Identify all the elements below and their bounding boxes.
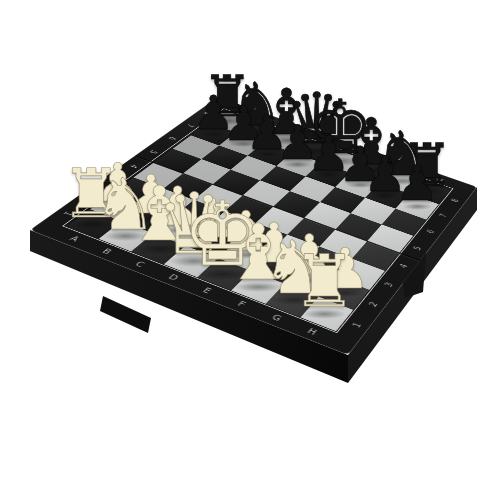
coordinate-labels: AA88BB77CC66DD55EE44FF33GG22HH11: [30, 97, 477, 355]
file-label-h-far: H: [422, 171, 457, 188]
rank-label-8-right: 8: [437, 191, 473, 209]
chess-set-scene: AA88BB77CC66DD55EE44FF33GG22HH11 ♜♞♝♛♚♝♞…: [0, 0, 500, 500]
rank-label-6-right: 6: [411, 222, 449, 242]
rank-label-4-right: 4: [383, 255, 423, 276]
rank-label-2-right: 2: [352, 293, 395, 317]
chess-board: AA88BB77CC66DD55EE44FF33GG22HH11: [30, 97, 477, 355]
rank-label-3-right: 3: [368, 273, 409, 295]
rank-label-1-right: 1: [335, 313, 379, 338]
rank-label-2-left: 2: [70, 187, 112, 207]
rank-label-7-left: 7: [172, 118, 209, 134]
rank-label-7-right: 7: [424, 206, 461, 225]
rank-label-1-left: 1: [46, 203, 89, 224]
rank-label-3-left: 3: [93, 172, 134, 191]
rank-label-8-left: 8: [190, 106, 226, 122]
rank-label-5-right: 5: [398, 238, 437, 259]
product-photo: AA88BB77CC66DD55EE44FF33GG22HH11 ♜♞♝♛♚♝♞…: [0, 0, 500, 500]
rank-label-4-left: 4: [114, 157, 154, 175]
rank-label-5-left: 5: [134, 143, 173, 161]
rank-label-6-left: 6: [154, 130, 192, 147]
